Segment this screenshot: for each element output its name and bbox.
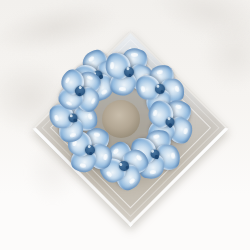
ceramic-hydrangea-wreath xyxy=(0,0,250,250)
product-photo xyxy=(0,0,250,250)
